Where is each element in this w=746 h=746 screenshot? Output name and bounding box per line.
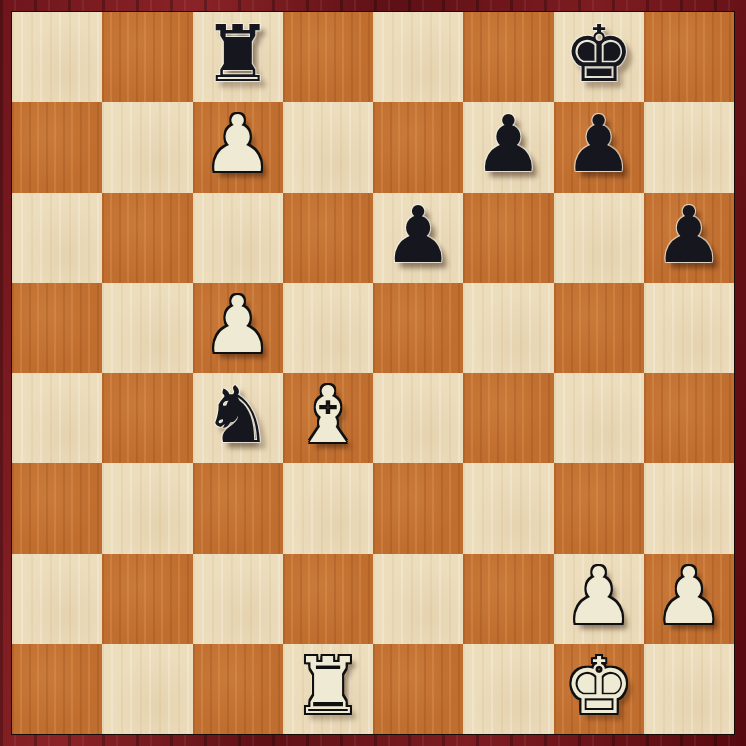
- square-g4[interactable]: [554, 373, 644, 463]
- white-king[interactable]: ♚: [564, 647, 634, 725]
- black-pawn[interactable]: ♟: [564, 105, 634, 183]
- square-h2[interactable]: ♟: [644, 554, 734, 644]
- square-c3[interactable]: [193, 463, 283, 553]
- square-g5[interactable]: [554, 283, 644, 373]
- square-f3[interactable]: [463, 463, 553, 553]
- square-b6[interactable]: [102, 193, 192, 283]
- square-g7[interactable]: ♟: [554, 102, 644, 192]
- square-g3[interactable]: [554, 463, 644, 553]
- square-b1[interactable]: [102, 644, 192, 734]
- black-pawn[interactable]: ♟: [654, 196, 724, 274]
- square-f6[interactable]: [463, 193, 553, 283]
- square-a4[interactable]: [12, 373, 102, 463]
- square-a8[interactable]: [12, 12, 102, 102]
- square-f8[interactable]: [463, 12, 553, 102]
- square-d3[interactable]: [283, 463, 373, 553]
- white-pawn[interactable]: ♟: [564, 557, 634, 635]
- square-a7[interactable]: [12, 102, 102, 192]
- black-king[interactable]: ♚: [564, 15, 634, 93]
- square-c5[interactable]: ♟: [193, 283, 283, 373]
- square-b2[interactable]: [102, 554, 192, 644]
- square-g8[interactable]: ♚: [554, 12, 644, 102]
- square-d2[interactable]: [283, 554, 373, 644]
- square-d7[interactable]: [283, 102, 373, 192]
- square-c7[interactable]: ♟: [193, 102, 283, 192]
- square-b8[interactable]: [102, 12, 192, 102]
- square-e7[interactable]: [373, 102, 463, 192]
- square-b4[interactable]: [102, 373, 192, 463]
- white-pawn[interactable]: ♟: [203, 286, 273, 364]
- square-d6[interactable]: [283, 193, 373, 283]
- square-h7[interactable]: [644, 102, 734, 192]
- chess-board: ♜♚♟♟♟♟♟♟♞♝♟♟♜♚: [12, 12, 734, 734]
- square-d4[interactable]: ♝: [283, 373, 373, 463]
- square-c8[interactable]: ♜: [193, 12, 283, 102]
- square-c6[interactable]: [193, 193, 283, 283]
- square-b5[interactable]: [102, 283, 192, 373]
- square-g2[interactable]: ♟: [554, 554, 644, 644]
- white-pawn[interactable]: ♟: [203, 105, 273, 183]
- square-c4[interactable]: ♞: [193, 373, 283, 463]
- black-rook[interactable]: ♜: [203, 15, 273, 93]
- black-pawn[interactable]: ♟: [383, 196, 453, 274]
- square-a3[interactable]: [12, 463, 102, 553]
- square-d8[interactable]: [283, 12, 373, 102]
- square-f1[interactable]: [463, 644, 553, 734]
- white-rook[interactable]: ♜: [293, 647, 363, 725]
- square-e1[interactable]: [373, 644, 463, 734]
- square-h5[interactable]: [644, 283, 734, 373]
- square-g1[interactable]: ♚: [554, 644, 644, 734]
- square-e3[interactable]: [373, 463, 463, 553]
- square-e5[interactable]: [373, 283, 463, 373]
- square-h8[interactable]: [644, 12, 734, 102]
- square-d5[interactable]: [283, 283, 373, 373]
- square-f5[interactable]: [463, 283, 553, 373]
- square-h3[interactable]: [644, 463, 734, 553]
- square-f4[interactable]: [463, 373, 553, 463]
- square-a5[interactable]: [12, 283, 102, 373]
- square-a6[interactable]: [12, 193, 102, 283]
- square-e2[interactable]: [373, 554, 463, 644]
- square-h1[interactable]: [644, 644, 734, 734]
- square-g6[interactable]: [554, 193, 644, 283]
- square-f7[interactable]: ♟: [463, 102, 553, 192]
- square-f2[interactable]: [463, 554, 553, 644]
- board-frame: ♜♚♟♟♟♟♟♟♞♝♟♟♜♚: [0, 0, 746, 746]
- white-bishop[interactable]: ♝: [293, 376, 363, 454]
- square-b7[interactable]: [102, 102, 192, 192]
- square-h4[interactable]: [644, 373, 734, 463]
- square-e8[interactable]: [373, 12, 463, 102]
- square-c1[interactable]: [193, 644, 283, 734]
- square-d1[interactable]: ♜: [283, 644, 373, 734]
- square-e4[interactable]: [373, 373, 463, 463]
- white-pawn[interactable]: ♟: [654, 557, 724, 635]
- black-knight[interactable]: ♞: [203, 376, 273, 454]
- square-e6[interactable]: ♟: [373, 193, 463, 283]
- black-pawn[interactable]: ♟: [473, 105, 543, 183]
- square-c2[interactable]: [193, 554, 283, 644]
- square-h6[interactable]: ♟: [644, 193, 734, 283]
- square-a1[interactable]: [12, 644, 102, 734]
- square-b3[interactable]: [102, 463, 192, 553]
- square-a2[interactable]: [12, 554, 102, 644]
